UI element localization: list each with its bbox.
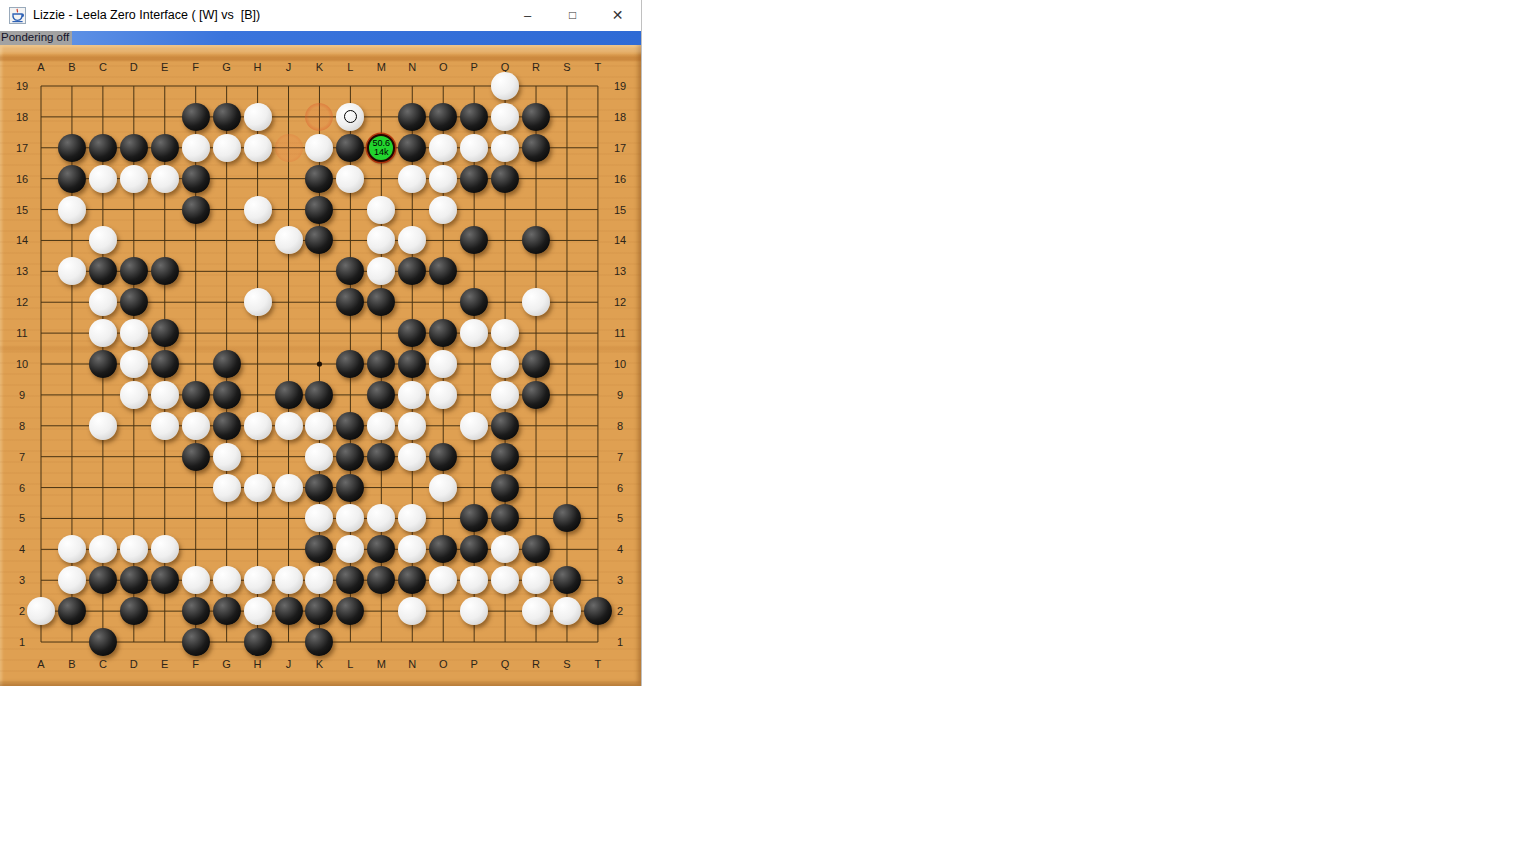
candidate-move-ghost[interactable] — [275, 134, 303, 162]
window-title: Lizzie - Leela Zero Interface ( [W] vs [… — [33, 0, 260, 31]
black-stone — [305, 474, 333, 502]
black-stone — [58, 134, 86, 162]
black-stone — [182, 165, 210, 193]
column-label-top: D — [122, 60, 146, 74]
black-stone — [460, 165, 488, 193]
white-stone — [151, 535, 179, 563]
white-stone — [429, 196, 457, 224]
title-bar[interactable]: Lizzie - Leela Zero Interface ( [W] vs [… — [0, 0, 641, 31]
column-label-top: S — [555, 60, 579, 74]
black-stone — [522, 103, 550, 131]
black-stone — [275, 597, 303, 625]
white-stone — [367, 412, 395, 440]
column-label-bottom: E — [153, 657, 177, 671]
row-label-left: 18 — [10, 110, 34, 124]
black-stone — [89, 566, 117, 594]
black-stone — [120, 288, 148, 316]
white-stone — [182, 134, 210, 162]
white-stone — [491, 134, 519, 162]
white-stone — [275, 566, 303, 594]
column-label-top: C — [91, 60, 115, 74]
row-label-right: 12 — [608, 295, 632, 309]
black-stone — [120, 134, 148, 162]
black-stone — [305, 165, 333, 193]
white-stone — [58, 196, 86, 224]
column-label-top: K — [307, 60, 331, 74]
black-stone — [182, 103, 210, 131]
black-stone — [336, 443, 364, 471]
black-stone — [398, 134, 426, 162]
column-label-bottom: J — [277, 657, 301, 671]
minimize-button[interactable]: – — [505, 0, 550, 31]
white-stone — [398, 443, 426, 471]
column-label-bottom: B — [60, 657, 84, 671]
close-button[interactable]: ✕ — [595, 0, 640, 31]
row-label-right: 10 — [608, 357, 632, 371]
white-stone — [27, 597, 55, 625]
white-stone — [213, 443, 241, 471]
column-label-bottom: S — [555, 657, 579, 671]
column-label-top: H — [246, 60, 270, 74]
black-stone — [491, 443, 519, 471]
row-label-left: 7 — [10, 450, 34, 464]
white-stone — [120, 350, 148, 378]
row-label-left: 14 — [10, 233, 34, 247]
black-stone — [182, 196, 210, 224]
row-label-left: 12 — [10, 295, 34, 309]
black-stone — [398, 103, 426, 131]
black-stone — [305, 196, 333, 224]
white-stone — [120, 319, 148, 347]
black-stone — [553, 566, 581, 594]
white-stone — [244, 474, 272, 502]
white-stone — [89, 319, 117, 347]
white-stone — [460, 412, 488, 440]
white-stone — [244, 288, 272, 316]
goban[interactable]: AABBCCDDEEFFGGHHJJKKLLMMNNOOPPQQRRSSTT19… — [0, 45, 641, 686]
column-label-bottom: Q — [493, 657, 517, 671]
white-stone — [491, 350, 519, 378]
black-stone — [182, 597, 210, 625]
column-label-bottom: C — [91, 657, 115, 671]
column-label-top: F — [184, 60, 208, 74]
column-label-bottom: T — [586, 657, 610, 671]
white-stone — [151, 381, 179, 409]
column-label-bottom: R — [524, 657, 548, 671]
white-stone — [120, 535, 148, 563]
black-stone — [89, 134, 117, 162]
white-stone — [213, 566, 241, 594]
row-label-right: 1 — [608, 635, 632, 649]
black-stone — [151, 134, 179, 162]
column-label-top: N — [400, 60, 424, 74]
black-stone — [89, 350, 117, 378]
row-label-right: 7 — [608, 450, 632, 464]
white-stone — [120, 165, 148, 193]
white-stone — [244, 103, 272, 131]
black-stone — [151, 566, 179, 594]
white-stone — [429, 134, 457, 162]
black-stone — [182, 381, 210, 409]
black-stone — [182, 628, 210, 656]
column-label-top: B — [60, 60, 84, 74]
row-label-left: 3 — [10, 573, 34, 587]
black-stone — [522, 350, 550, 378]
row-label-left: 15 — [10, 203, 34, 217]
column-label-bottom: D — [122, 657, 146, 671]
row-label-right: 8 — [608, 419, 632, 433]
column-label-top: E — [153, 60, 177, 74]
row-label-left: 19 — [10, 79, 34, 93]
white-stone — [213, 134, 241, 162]
row-label-right: 4 — [608, 542, 632, 556]
black-stone — [336, 412, 364, 440]
row-label-left: 13 — [10, 264, 34, 278]
white-stone — [213, 474, 241, 502]
white-stone — [429, 474, 457, 502]
row-label-left: 17 — [10, 141, 34, 155]
black-stone — [429, 103, 457, 131]
column-label-bottom: G — [215, 657, 239, 671]
column-label-top: P — [462, 60, 486, 74]
row-label-left: 8 — [10, 419, 34, 433]
column-label-bottom: L — [338, 657, 362, 671]
row-label-left: 11 — [10, 326, 34, 340]
row-label-right: 19 — [608, 79, 632, 93]
black-stone — [244, 628, 272, 656]
row-label-left: 6 — [10, 481, 34, 495]
lizzie-window: Lizzie - Leela Zero Interface ( [W] vs [… — [0, 0, 642, 686]
column-label-bottom: H — [246, 657, 270, 671]
row-label-right: 11 — [608, 326, 632, 340]
pondering-status[interactable]: Pondering off — [0, 31, 72, 46]
black-stone — [522, 381, 550, 409]
white-stone — [491, 72, 519, 100]
white-stone — [244, 196, 272, 224]
column-label-bottom: N — [400, 657, 424, 671]
white-stone — [89, 288, 117, 316]
row-label-right: 3 — [608, 573, 632, 587]
black-stone — [120, 597, 148, 625]
row-label-left: 16 — [10, 172, 34, 186]
black-stone — [151, 257, 179, 285]
black-stone — [213, 412, 241, 440]
white-stone — [429, 381, 457, 409]
black-stone — [522, 134, 550, 162]
white-stone — [275, 412, 303, 440]
column-label-bottom: A — [29, 657, 53, 671]
white-stone — [491, 103, 519, 131]
row-label-right: 16 — [608, 172, 632, 186]
white-stone — [58, 566, 86, 594]
column-label-bottom: K — [307, 657, 331, 671]
black-stone — [58, 165, 86, 193]
column-label-top: R — [524, 60, 548, 74]
black-stone — [336, 474, 364, 502]
row-label-left: 10 — [10, 357, 34, 371]
row-label-left: 5 — [10, 511, 34, 525]
black-stone — [491, 165, 519, 193]
column-label-top: A — [29, 60, 53, 74]
white-stone — [275, 226, 303, 254]
white-stone — [336, 165, 364, 193]
black-stone — [336, 134, 364, 162]
row-label-right: 6 — [608, 481, 632, 495]
best-move-suggestion[interactable]: 50.614k — [367, 134, 395, 162]
white-stone — [275, 474, 303, 502]
black-stone — [182, 443, 210, 471]
maximize-button[interactable]: □ — [550, 0, 595, 31]
black-stone — [213, 381, 241, 409]
black-stone — [120, 566, 148, 594]
black-stone — [275, 381, 303, 409]
white-stone — [244, 412, 272, 440]
white-stone — [151, 165, 179, 193]
black-stone — [491, 412, 519, 440]
black-stone — [460, 103, 488, 131]
white-stone — [491, 319, 519, 347]
java-icon — [9, 7, 26, 24]
white-stone — [367, 196, 395, 224]
white-stone — [182, 566, 210, 594]
black-stone — [58, 597, 86, 625]
status-bar: Pondering off — [0, 31, 641, 45]
white-stone — [398, 165, 426, 193]
row-label-left: 9 — [10, 388, 34, 402]
column-label-top: O — [431, 60, 455, 74]
white-stone — [89, 165, 117, 193]
column-label-top: M — [369, 60, 393, 74]
white-stone — [398, 412, 426, 440]
column-label-bottom: P — [462, 657, 486, 671]
row-label-right: 14 — [608, 233, 632, 247]
white-stone — [398, 381, 426, 409]
column-label-top: G — [215, 60, 239, 74]
black-stone — [367, 443, 395, 471]
black-stone — [89, 628, 117, 656]
column-label-bottom: M — [369, 657, 393, 671]
white-stone — [244, 134, 272, 162]
black-stone — [429, 443, 457, 471]
white-stone — [244, 597, 272, 625]
white-stone — [151, 412, 179, 440]
white-stone — [244, 566, 272, 594]
column-label-top: T — [586, 60, 610, 74]
row-label-right: 17 — [608, 141, 632, 155]
white-stone — [491, 381, 519, 409]
white-stone — [182, 412, 210, 440]
row-label-left: 4 — [10, 542, 34, 556]
row-label-right: 18 — [608, 110, 632, 124]
black-stone — [213, 103, 241, 131]
black-stone — [213, 597, 241, 625]
white-stone — [89, 412, 117, 440]
column-label-top: J — [277, 60, 301, 74]
column-label-top: L — [338, 60, 362, 74]
black-stone — [213, 350, 241, 378]
white-stone — [305, 443, 333, 471]
row-label-left: 1 — [10, 635, 34, 649]
row-label-right: 15 — [608, 203, 632, 217]
column-label-bottom: O — [431, 657, 455, 671]
white-stone — [120, 381, 148, 409]
best-move-visits: 14k — [374, 148, 389, 157]
last-move-marker — [344, 110, 357, 123]
black-stone — [151, 319, 179, 347]
column-label-bottom: F — [184, 657, 208, 671]
black-stone — [584, 597, 612, 625]
row-label-right: 5 — [608, 511, 632, 525]
white-stone — [460, 134, 488, 162]
black-stone — [120, 257, 148, 285]
white-stone — [553, 597, 581, 625]
row-label-right: 13 — [608, 264, 632, 278]
black-stone — [151, 350, 179, 378]
row-label-right: 9 — [608, 388, 632, 402]
white-stone — [429, 165, 457, 193]
black-stone — [491, 474, 519, 502]
white-stone — [522, 597, 550, 625]
